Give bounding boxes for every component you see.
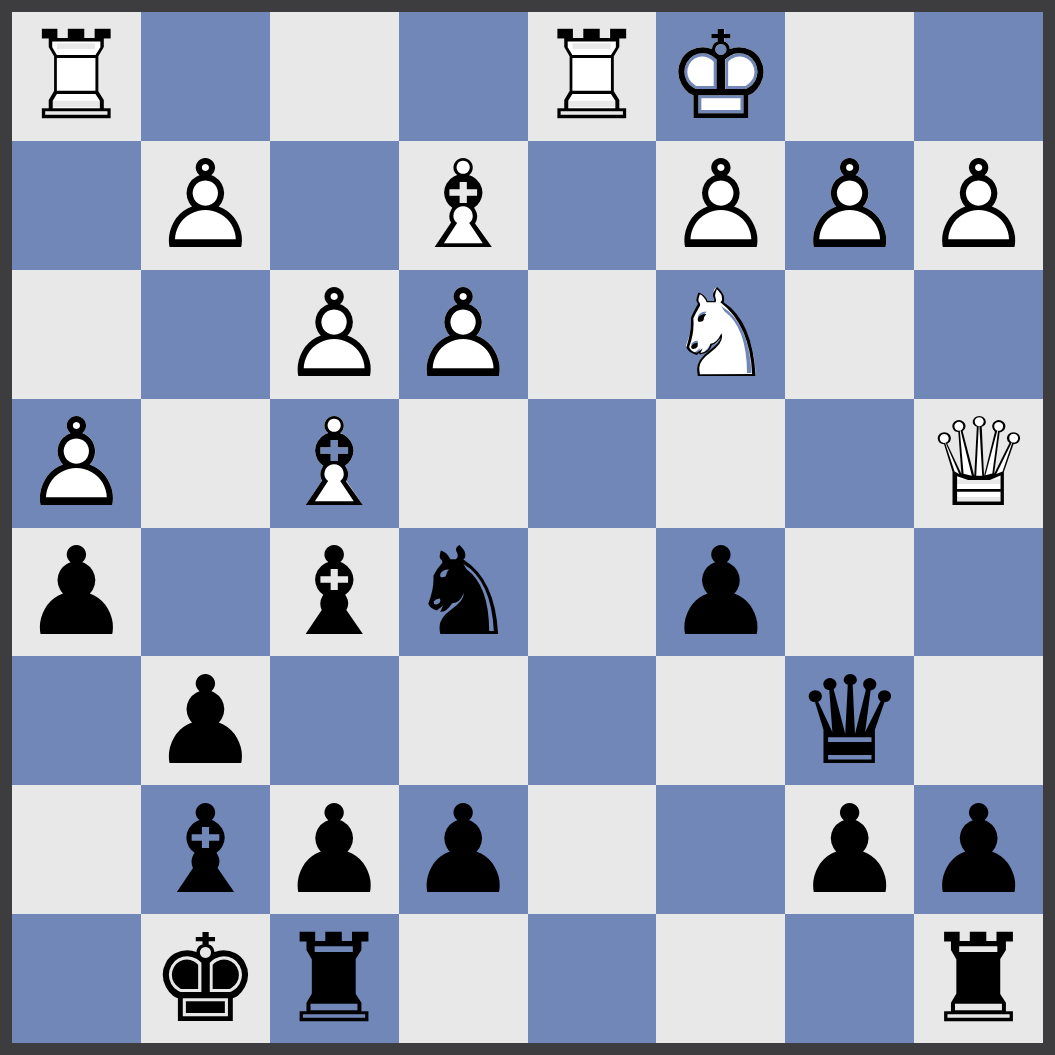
square-h3[interactable] bbox=[12, 270, 141, 399]
white-pawn[interactable]: ♟♙ bbox=[270, 270, 399, 399]
square-a8[interactable]: ♜ bbox=[914, 914, 1043, 1043]
piece-outline-layer: ♙ bbox=[666, 144, 775, 266]
square-a1[interactable] bbox=[914, 12, 1043, 141]
piece-glyph-layer: ♟ bbox=[666, 531, 775, 653]
square-e8[interactable] bbox=[399, 914, 528, 1043]
square-f6[interactable] bbox=[270, 656, 399, 785]
square-a7[interactable]: ♟ bbox=[914, 785, 1043, 914]
square-d5[interactable] bbox=[528, 528, 657, 657]
piece-outline-layer: ♙ bbox=[280, 273, 389, 395]
square-c8[interactable] bbox=[656, 914, 785, 1043]
square-a5[interactable] bbox=[914, 528, 1043, 657]
square-c4[interactable] bbox=[656, 399, 785, 528]
square-g5[interactable] bbox=[141, 528, 270, 657]
piece-glyph-layer: ♞ bbox=[408, 531, 517, 653]
piece-glyph-layer: ♟ bbox=[151, 660, 260, 782]
square-c5[interactable]: ♟ bbox=[656, 528, 785, 657]
square-h4[interactable]: ♟♙ bbox=[12, 399, 141, 528]
square-g8[interactable]: ♚ bbox=[141, 914, 270, 1043]
white-rook[interactable]: ♜♖ bbox=[12, 12, 141, 141]
square-f4[interactable]: ♝♗ bbox=[270, 399, 399, 528]
square-e3[interactable]: ♟♙ bbox=[399, 270, 528, 399]
chess-board: ♜♖♜♖♚♔♟♙♝♗♟♙♟♙♟♙♟♙♟♙♞♘♟♙♝♗♛♕♟♝♞♟♟♛♝♟♟♟♟♚… bbox=[12, 12, 1043, 1043]
white-pawn[interactable]: ♟♙ bbox=[141, 141, 270, 270]
square-d8[interactable] bbox=[528, 914, 657, 1043]
black-bishop[interactable]: ♝ bbox=[270, 528, 399, 657]
piece-glyph-layer: ♟ bbox=[924, 789, 1033, 911]
square-h2[interactable] bbox=[12, 141, 141, 270]
square-e1[interactable] bbox=[399, 12, 528, 141]
square-c3[interactable]: ♞♘ bbox=[656, 270, 785, 399]
square-e4[interactable] bbox=[399, 399, 528, 528]
white-pawn[interactable]: ♟♙ bbox=[914, 141, 1043, 270]
square-a3[interactable] bbox=[914, 270, 1043, 399]
piece-glyph-layer: ♟ bbox=[22, 531, 131, 653]
piece-outline-layer: ♕ bbox=[924, 402, 1033, 524]
square-e5[interactable]: ♞ bbox=[399, 528, 528, 657]
piece-outline-layer: ♖ bbox=[22, 15, 131, 137]
piece-outline-layer: ♘ bbox=[666, 273, 775, 395]
piece-outline-layer: ♗ bbox=[408, 144, 517, 266]
square-f3[interactable]: ♟♙ bbox=[270, 270, 399, 399]
piece-glyph-layer: ♝ bbox=[151, 789, 260, 911]
square-b1[interactable] bbox=[785, 12, 914, 141]
square-b8[interactable] bbox=[785, 914, 914, 1043]
black-pawn[interactable]: ♟ bbox=[399, 785, 528, 914]
square-c6[interactable] bbox=[656, 656, 785, 785]
square-g2[interactable]: ♟♙ bbox=[141, 141, 270, 270]
piece-glyph-layer: ♟ bbox=[795, 789, 904, 911]
piece-glyph-layer: ♛ bbox=[795, 660, 904, 782]
square-d4[interactable] bbox=[528, 399, 657, 528]
square-h1[interactable]: ♜♖ bbox=[12, 12, 141, 141]
piece-outline-layer: ♙ bbox=[408, 273, 517, 395]
square-a6[interactable] bbox=[914, 656, 1043, 785]
piece-outline-layer: ♗ bbox=[280, 402, 389, 524]
square-e6[interactable] bbox=[399, 656, 528, 785]
black-king[interactable]: ♚ bbox=[141, 914, 270, 1043]
white-pawn[interactable]: ♟♙ bbox=[12, 399, 141, 528]
piece-glyph-layer: ♜ bbox=[280, 918, 389, 1040]
piece-outline-layer: ♙ bbox=[795, 144, 904, 266]
white-rook[interactable]: ♜♖ bbox=[528, 12, 657, 141]
board-frame: ♜♖♜♖♚♔♟♙♝♗♟♙♟♙♟♙♟♙♟♙♞♘♟♙♝♗♛♕♟♝♞♟♟♛♝♟♟♟♟♚… bbox=[0, 0, 1055, 1055]
white-pawn[interactable]: ♟♙ bbox=[785, 141, 914, 270]
square-b7[interactable]: ♟ bbox=[785, 785, 914, 914]
piece-glyph-layer: ♟ bbox=[408, 789, 517, 911]
black-pawn[interactable]: ♟ bbox=[656, 528, 785, 657]
white-queen[interactable]: ♛♕ bbox=[914, 399, 1043, 528]
square-h8[interactable] bbox=[12, 914, 141, 1043]
square-g6[interactable]: ♟ bbox=[141, 656, 270, 785]
piece-outline-layer: ♙ bbox=[151, 144, 260, 266]
black-pawn[interactable]: ♟ bbox=[141, 656, 270, 785]
square-f8[interactable]: ♜ bbox=[270, 914, 399, 1043]
square-d3[interactable] bbox=[528, 270, 657, 399]
square-a4[interactable]: ♛♕ bbox=[914, 399, 1043, 528]
white-king[interactable]: ♚♔ bbox=[656, 12, 785, 141]
square-g7[interactable]: ♝ bbox=[141, 785, 270, 914]
white-pawn[interactable]: ♟♙ bbox=[399, 270, 528, 399]
piece-outline-layer: ♔ bbox=[666, 15, 775, 137]
piece-outline-layer: ♙ bbox=[22, 402, 131, 524]
black-pawn[interactable]: ♟ bbox=[12, 528, 141, 657]
square-d1[interactable]: ♜♖ bbox=[528, 12, 657, 141]
square-c2[interactable]: ♟♙ bbox=[656, 141, 785, 270]
square-e7[interactable]: ♟ bbox=[399, 785, 528, 914]
white-knight[interactable]: ♞♘ bbox=[656, 270, 785, 399]
square-b6[interactable]: ♛ bbox=[785, 656, 914, 785]
square-f5[interactable]: ♝ bbox=[270, 528, 399, 657]
square-g1[interactable] bbox=[141, 12, 270, 141]
square-b5[interactable] bbox=[785, 528, 914, 657]
black-bishop[interactable]: ♝ bbox=[141, 785, 270, 914]
square-d2[interactable] bbox=[528, 141, 657, 270]
square-b3[interactable] bbox=[785, 270, 914, 399]
square-c7[interactable] bbox=[656, 785, 785, 914]
piece-outline-layer: ♙ bbox=[924, 144, 1033, 266]
square-d6[interactable] bbox=[528, 656, 657, 785]
black-pawn[interactable]: ♟ bbox=[785, 785, 914, 914]
black-rook[interactable]: ♜ bbox=[914, 914, 1043, 1043]
piece-glyph-layer: ♚ bbox=[151, 918, 260, 1040]
white-pawn[interactable]: ♟♙ bbox=[656, 141, 785, 270]
square-e2[interactable]: ♝♗ bbox=[399, 141, 528, 270]
square-a2[interactable]: ♟♙ bbox=[914, 141, 1043, 270]
square-f2[interactable] bbox=[270, 141, 399, 270]
black-pawn[interactable]: ♟ bbox=[914, 785, 1043, 914]
square-h7[interactable] bbox=[12, 785, 141, 914]
square-f1[interactable] bbox=[270, 12, 399, 141]
black-queen[interactable]: ♛ bbox=[785, 656, 914, 785]
square-h6[interactable] bbox=[12, 656, 141, 785]
piece-outline-layer: ♖ bbox=[537, 15, 646, 137]
black-pawn[interactable]: ♟ bbox=[270, 785, 399, 914]
square-g4[interactable] bbox=[141, 399, 270, 528]
square-f7[interactable]: ♟ bbox=[270, 785, 399, 914]
white-bishop[interactable]: ♝♗ bbox=[399, 141, 528, 270]
square-b4[interactable] bbox=[785, 399, 914, 528]
square-c1[interactable]: ♚♔ bbox=[656, 12, 785, 141]
piece-glyph-layer: ♟ bbox=[280, 789, 389, 911]
square-h5[interactable]: ♟ bbox=[12, 528, 141, 657]
square-g3[interactable] bbox=[141, 270, 270, 399]
piece-glyph-layer: ♜ bbox=[924, 918, 1033, 1040]
piece-glyph-layer: ♝ bbox=[280, 531, 389, 653]
square-b2[interactable]: ♟♙ bbox=[785, 141, 914, 270]
black-knight[interactable]: ♞ bbox=[399, 528, 528, 657]
square-d7[interactable] bbox=[528, 785, 657, 914]
black-rook[interactable]: ♜ bbox=[270, 914, 399, 1043]
white-bishop[interactable]: ♝♗ bbox=[270, 399, 399, 528]
